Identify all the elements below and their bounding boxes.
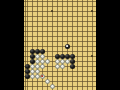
black-stone-marked bbox=[65, 44, 70, 49]
pillarbox-left bbox=[0, 0, 24, 90]
white-stone bbox=[35, 59, 40, 64]
black-stone bbox=[55, 54, 60, 59]
white-stone-marked bbox=[40, 74, 45, 79]
white-stone bbox=[40, 59, 45, 64]
white-stone bbox=[30, 69, 35, 74]
white-stone bbox=[65, 59, 70, 64]
white-stone bbox=[55, 59, 60, 64]
video-frame bbox=[0, 0, 120, 90]
white-stone bbox=[30, 64, 35, 69]
white-stone bbox=[45, 79, 50, 84]
black-stone bbox=[60, 54, 65, 59]
white-stone bbox=[60, 64, 65, 69]
white-stone bbox=[35, 69, 40, 74]
hoshi-star-point bbox=[91, 10, 93, 12]
black-stone bbox=[30, 49, 35, 54]
black-stone bbox=[30, 59, 35, 64]
white-stone bbox=[55, 64, 60, 69]
red-dot-marker bbox=[41, 75, 43, 77]
white-stone bbox=[50, 84, 55, 89]
pillarbox-right bbox=[96, 0, 120, 90]
white-stone bbox=[40, 64, 45, 69]
white-stone bbox=[60, 59, 65, 64]
go-board bbox=[24, 0, 96, 90]
black-stone bbox=[70, 54, 75, 59]
black-stone bbox=[30, 54, 35, 59]
black-stone bbox=[25, 74, 30, 79]
white-dot-marker bbox=[66, 45, 68, 47]
white-stone bbox=[30, 74, 35, 79]
black-stone bbox=[70, 64, 75, 69]
hoshi-star-point bbox=[91, 55, 93, 57]
black-stone bbox=[25, 69, 30, 74]
black-stone bbox=[65, 54, 70, 59]
white-stone bbox=[40, 54, 45, 59]
black-stone bbox=[35, 49, 40, 54]
white-stone bbox=[35, 74, 40, 79]
black-stone bbox=[40, 49, 45, 54]
white-stone bbox=[35, 64, 40, 69]
white-stone bbox=[45, 59, 50, 64]
black-stone bbox=[25, 64, 30, 69]
black-stone bbox=[70, 59, 75, 64]
hoshi-star-point bbox=[51, 10, 53, 12]
white-stone bbox=[35, 54, 40, 59]
